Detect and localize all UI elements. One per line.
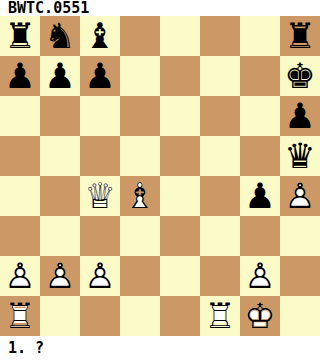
square-e2[interactable]: [160, 256, 200, 296]
square-d2[interactable]: [120, 256, 160, 296]
square-a4[interactable]: [0, 176, 40, 216]
white-piece-outline: ♙: [240, 256, 280, 296]
square-d5[interactable]: [120, 136, 160, 176]
square-d4[interactable]: ♝♗: [120, 176, 160, 216]
white-piece-outline: ♙: [280, 176, 320, 216]
black-piece-glyph: ♝: [80, 16, 120, 56]
black-bishop-piece: ♝: [80, 16, 120, 56]
square-g8[interactable]: [240, 16, 280, 56]
black-piece-glyph: ♟: [240, 176, 280, 216]
square-e7[interactable]: [160, 56, 200, 96]
square-f6[interactable]: [200, 96, 240, 136]
white-piece-outline: ♕: [80, 176, 120, 216]
white-rook-piece: ♜♖: [0, 296, 40, 336]
white-piece-outline: ♖: [200, 296, 240, 336]
square-b4[interactable]: [40, 176, 80, 216]
diagram-header: BWTC.0551: [0, 0, 320, 16]
black-piece-glyph: ♟: [0, 56, 40, 96]
square-f4[interactable]: [200, 176, 240, 216]
square-b6[interactable]: [40, 96, 80, 136]
white-piece-outline: ♙: [0, 256, 40, 296]
white-bishop-piece: ♝♗: [120, 176, 160, 216]
white-piece-outline: ♙: [80, 256, 120, 296]
black-queen-piece: ♛: [280, 136, 320, 176]
black-pawn-piece: ♟: [80, 56, 120, 96]
square-g6[interactable]: [240, 96, 280, 136]
square-c1[interactable]: [80, 296, 120, 336]
black-pawn-piece: ♟: [240, 176, 280, 216]
square-d6[interactable]: [120, 96, 160, 136]
square-d7[interactable]: [120, 56, 160, 96]
square-h6[interactable]: ♟: [280, 96, 320, 136]
diagram-title: BWTC.0551: [8, 0, 89, 16]
square-a2[interactable]: ♟♙: [0, 256, 40, 296]
square-e8[interactable]: [160, 16, 200, 56]
square-f8[interactable]: [200, 16, 240, 56]
white-piece-outline: ♗: [120, 176, 160, 216]
square-f7[interactable]: [200, 56, 240, 96]
square-d8[interactable]: [120, 16, 160, 56]
square-f5[interactable]: [200, 136, 240, 176]
white-rook-piece: ♜♖: [200, 296, 240, 336]
square-h2[interactable]: [280, 256, 320, 296]
square-e3[interactable]: [160, 216, 200, 256]
black-piece-glyph: ♟: [80, 56, 120, 96]
square-c2[interactable]: ♟♙: [80, 256, 120, 296]
square-e4[interactable]: [160, 176, 200, 216]
square-f3[interactable]: [200, 216, 240, 256]
chess-diagram-window: BWTC.0551 ♜♞♝♜♟♟♟♚♟♛♛♕♝♗♟♟♙♟♙♟♙♟♙♟♙♜♖♜♖♚…: [0, 0, 320, 360]
square-a8[interactable]: ♜: [0, 16, 40, 56]
square-h7[interactable]: ♚: [280, 56, 320, 96]
square-g4[interactable]: ♟: [240, 176, 280, 216]
square-a3[interactable]: [0, 216, 40, 256]
square-g7[interactable]: [240, 56, 280, 96]
black-pawn-piece: ♟: [0, 56, 40, 96]
white-piece-outline: ♔: [240, 296, 280, 336]
diagram-footer: 1. ?: [0, 336, 320, 360]
black-rook-piece: ♜: [0, 16, 40, 56]
square-c6[interactable]: [80, 96, 120, 136]
square-h1[interactable]: [280, 296, 320, 336]
square-f2[interactable]: [200, 256, 240, 296]
square-f1[interactable]: ♜♖: [200, 296, 240, 336]
square-g3[interactable]: [240, 216, 280, 256]
white-pawn-piece: ♟♙: [0, 256, 40, 296]
square-c5[interactable]: [80, 136, 120, 176]
black-piece-glyph: ♜: [280, 16, 320, 56]
white-pawn-piece: ♟♙: [280, 176, 320, 216]
square-h4[interactable]: ♟♙: [280, 176, 320, 216]
square-e5[interactable]: [160, 136, 200, 176]
move-prompt: 1. ?: [8, 338, 44, 358]
square-a6[interactable]: [0, 96, 40, 136]
white-pawn-piece: ♟♙: [240, 256, 280, 296]
square-g2[interactable]: ♟♙: [240, 256, 280, 296]
square-d3[interactable]: [120, 216, 160, 256]
square-c7[interactable]: ♟: [80, 56, 120, 96]
black-king-piece: ♚: [280, 56, 320, 96]
black-piece-glyph: ♛: [280, 136, 320, 176]
white-piece-outline: ♙: [40, 256, 80, 296]
white-piece-outline: ♖: [0, 296, 40, 336]
square-h8[interactable]: ♜: [280, 16, 320, 56]
black-piece-glyph: ♞: [40, 16, 80, 56]
square-h3[interactable]: [280, 216, 320, 256]
square-b7[interactable]: ♟: [40, 56, 80, 96]
square-c3[interactable]: [80, 216, 120, 256]
square-d1[interactable]: [120, 296, 160, 336]
black-piece-glyph: ♟: [280, 96, 320, 136]
black-piece-glyph: ♟: [40, 56, 80, 96]
black-piece-glyph: ♜: [0, 16, 40, 56]
square-e6[interactable]: [160, 96, 200, 136]
chess-board: ♜♞♝♜♟♟♟♚♟♛♛♕♝♗♟♟♙♟♙♟♙♟♙♟♙♜♖♜♖♚♔: [0, 16, 320, 336]
square-a7[interactable]: ♟: [0, 56, 40, 96]
square-a1[interactable]: ♜♖: [0, 296, 40, 336]
square-e1[interactable]: [160, 296, 200, 336]
square-b8[interactable]: ♞: [40, 16, 80, 56]
square-g1[interactable]: ♚♔: [240, 296, 280, 336]
black-rook-piece: ♜: [280, 16, 320, 56]
black-knight-piece: ♞: [40, 16, 80, 56]
square-h5[interactable]: ♛: [280, 136, 320, 176]
white-pawn-piece: ♟♙: [80, 256, 120, 296]
square-c4[interactable]: ♛♕: [80, 176, 120, 216]
white-king-piece: ♚♔: [240, 296, 280, 336]
square-g5[interactable]: [240, 136, 280, 176]
white-pawn-piece: ♟♙: [40, 256, 80, 296]
square-c8[interactable]: ♝: [80, 16, 120, 56]
square-b1[interactable]: [40, 296, 80, 336]
black-pawn-piece: ♟: [40, 56, 80, 96]
white-queen-piece: ♛♕: [80, 176, 120, 216]
square-a5[interactable]: [0, 136, 40, 176]
square-b5[interactable]: [40, 136, 80, 176]
black-pawn-piece: ♟: [280, 96, 320, 136]
black-piece-glyph: ♚: [280, 56, 320, 96]
square-b2[interactable]: ♟♙: [40, 256, 80, 296]
square-b3[interactable]: [40, 216, 80, 256]
